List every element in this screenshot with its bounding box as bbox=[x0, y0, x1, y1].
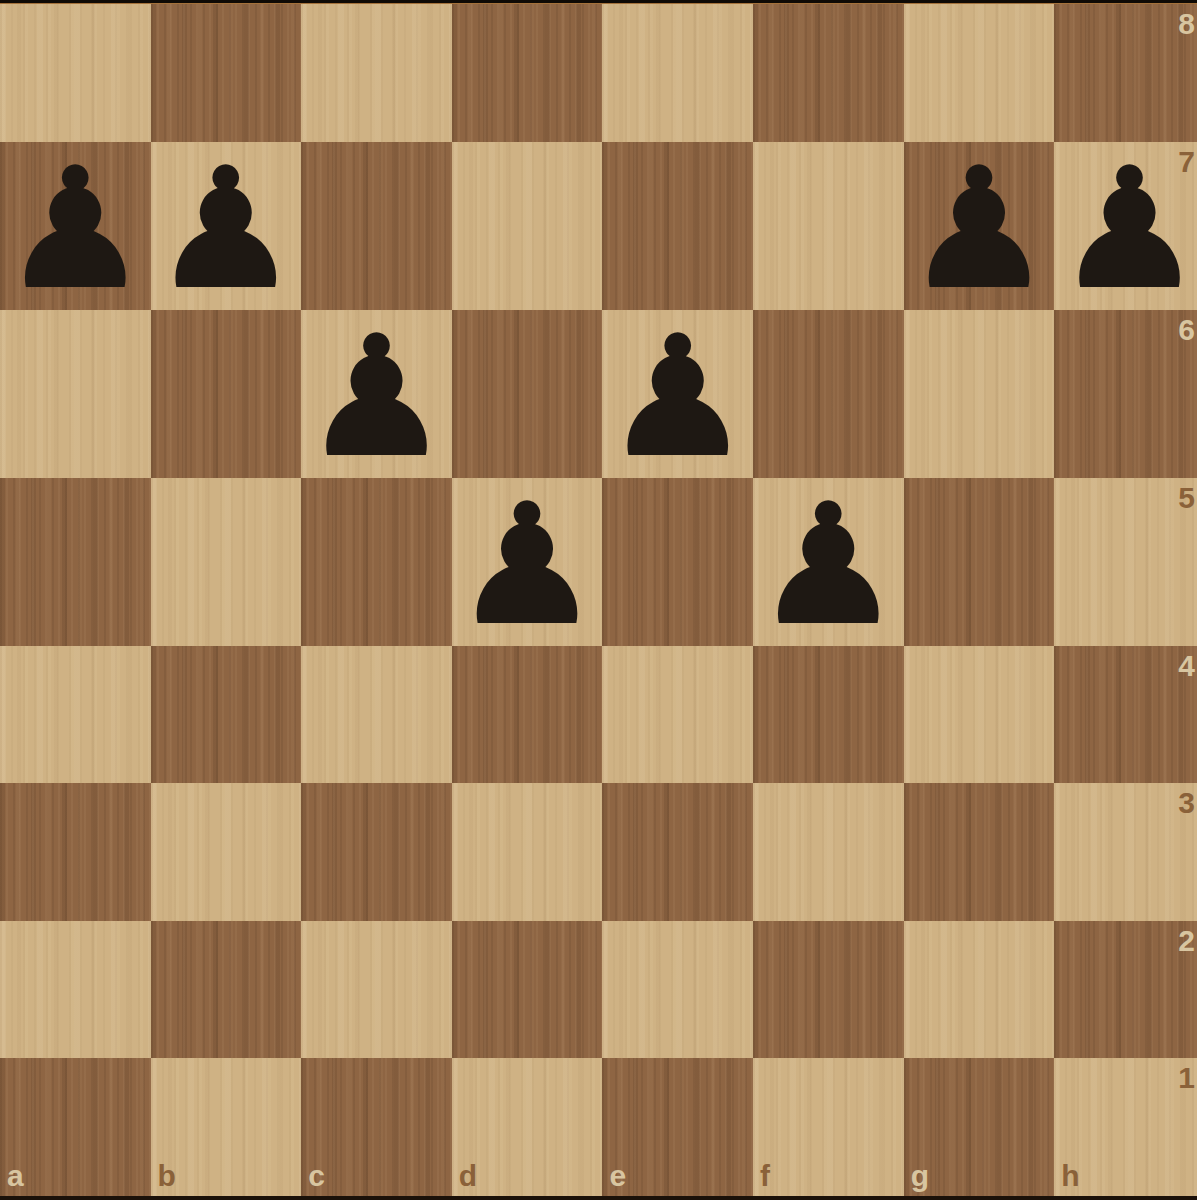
square-h2[interactable]: 2 bbox=[1054, 921, 1197, 1059]
square-a8[interactable] bbox=[0, 4, 151, 142]
square-g8[interactable] bbox=[904, 4, 1055, 142]
square-a6[interactable] bbox=[0, 310, 151, 478]
square-a5[interactable] bbox=[0, 478, 151, 646]
rank-label-4: 4 bbox=[1178, 651, 1195, 681]
square-d6[interactable] bbox=[452, 310, 603, 478]
square-e7[interactable] bbox=[602, 142, 753, 310]
square-a1[interactable]: a bbox=[0, 1058, 151, 1196]
square-f7[interactable] bbox=[753, 142, 904, 310]
rank-label-6: 6 bbox=[1178, 315, 1195, 345]
file-label-g: g bbox=[911, 1161, 929, 1191]
black-pawn[interactable]: ♟ bbox=[0, 145, 151, 313]
chess-board: 8♟♟♟♟7♟♟6♟♟5432abcdefg1h bbox=[0, 4, 1197, 1196]
black-pawn[interactable]: ♟ bbox=[452, 481, 603, 649]
square-d7[interactable] bbox=[452, 142, 603, 310]
square-g7[interactable]: ♟ bbox=[904, 142, 1055, 310]
square-g3[interactable] bbox=[904, 783, 1055, 921]
square-h1[interactable]: 1h bbox=[1054, 1058, 1197, 1196]
square-d4[interactable] bbox=[452, 646, 603, 784]
board-top-edge bbox=[0, 0, 1197, 4]
black-pawn[interactable]: ♟ bbox=[753, 481, 904, 649]
black-pawn[interactable]: ♟ bbox=[301, 313, 452, 481]
rank-label-2: 2 bbox=[1178, 926, 1195, 956]
square-h7[interactable]: ♟7 bbox=[1054, 142, 1197, 310]
square-b3[interactable] bbox=[151, 783, 302, 921]
square-d5[interactable]: ♟ bbox=[452, 478, 603, 646]
square-g1[interactable]: g bbox=[904, 1058, 1055, 1196]
square-f2[interactable] bbox=[753, 921, 904, 1059]
square-f5[interactable]: ♟ bbox=[753, 478, 904, 646]
square-c6[interactable]: ♟ bbox=[301, 310, 452, 478]
file-label-f: f bbox=[760, 1161, 770, 1191]
square-c4[interactable] bbox=[301, 646, 452, 784]
square-c5[interactable] bbox=[301, 478, 452, 646]
file-label-h: h bbox=[1061, 1161, 1079, 1191]
square-h4[interactable]: 4 bbox=[1054, 646, 1197, 784]
square-f3[interactable] bbox=[753, 783, 904, 921]
file-label-e: e bbox=[609, 1161, 626, 1191]
black-pawn[interactable]: ♟ bbox=[602, 313, 753, 481]
square-b7[interactable]: ♟ bbox=[151, 142, 302, 310]
square-b5[interactable] bbox=[151, 478, 302, 646]
square-a7[interactable]: ♟ bbox=[0, 142, 151, 310]
square-g5[interactable] bbox=[904, 478, 1055, 646]
square-b1[interactable]: b bbox=[151, 1058, 302, 1196]
square-h8[interactable]: 8 bbox=[1054, 4, 1197, 142]
square-c2[interactable] bbox=[301, 921, 452, 1059]
square-h5[interactable]: 5 bbox=[1054, 478, 1197, 646]
square-a3[interactable] bbox=[0, 783, 151, 921]
square-f8[interactable] bbox=[753, 4, 904, 142]
square-h3[interactable]: 3 bbox=[1054, 783, 1197, 921]
square-a2[interactable] bbox=[0, 921, 151, 1059]
square-g4[interactable] bbox=[904, 646, 1055, 784]
square-e6[interactable]: ♟ bbox=[602, 310, 753, 478]
square-b6[interactable] bbox=[151, 310, 302, 478]
square-e5[interactable] bbox=[602, 478, 753, 646]
square-b8[interactable] bbox=[151, 4, 302, 142]
square-c1[interactable]: c bbox=[301, 1058, 452, 1196]
rank-label-5: 5 bbox=[1178, 483, 1195, 513]
square-g2[interactable] bbox=[904, 921, 1055, 1059]
square-h6[interactable]: 6 bbox=[1054, 310, 1197, 478]
square-f1[interactable]: f bbox=[753, 1058, 904, 1196]
square-e8[interactable] bbox=[602, 4, 753, 142]
square-g6[interactable] bbox=[904, 310, 1055, 478]
square-e1[interactable]: e bbox=[602, 1058, 753, 1196]
square-d8[interactable] bbox=[452, 4, 603, 142]
square-f4[interactable] bbox=[753, 646, 904, 784]
rank-label-3: 3 bbox=[1178, 788, 1195, 818]
rank-label-7: 7 bbox=[1178, 147, 1195, 177]
black-pawn[interactable]: ♟ bbox=[904, 145, 1055, 313]
black-pawn[interactable]: ♟ bbox=[151, 145, 302, 313]
square-b2[interactable] bbox=[151, 921, 302, 1059]
square-e4[interactable] bbox=[602, 646, 753, 784]
file-label-d: d bbox=[459, 1161, 477, 1191]
square-b4[interactable] bbox=[151, 646, 302, 784]
square-e2[interactable] bbox=[602, 921, 753, 1059]
square-a4[interactable] bbox=[0, 646, 151, 784]
black-pawn[interactable]: ♟ bbox=[1054, 145, 1197, 313]
square-f6[interactable] bbox=[753, 310, 904, 478]
square-c3[interactable] bbox=[301, 783, 452, 921]
rank-label-8: 8 bbox=[1178, 9, 1195, 39]
square-d2[interactable] bbox=[452, 921, 603, 1059]
square-e3[interactable] bbox=[602, 783, 753, 921]
square-c7[interactable] bbox=[301, 142, 452, 310]
square-c8[interactable] bbox=[301, 4, 452, 142]
board-bottom-edge bbox=[0, 1196, 1197, 1200]
square-d3[interactable] bbox=[452, 783, 603, 921]
file-label-c: c bbox=[308, 1161, 325, 1191]
file-label-b: b bbox=[158, 1161, 176, 1191]
square-d1[interactable]: d bbox=[452, 1058, 603, 1196]
rank-label-1: 1 bbox=[1178, 1063, 1195, 1093]
file-label-a: a bbox=[7, 1161, 24, 1191]
board-container: 8♟♟♟♟7♟♟6♟♟5432abcdefg1h bbox=[0, 0, 1197, 1200]
